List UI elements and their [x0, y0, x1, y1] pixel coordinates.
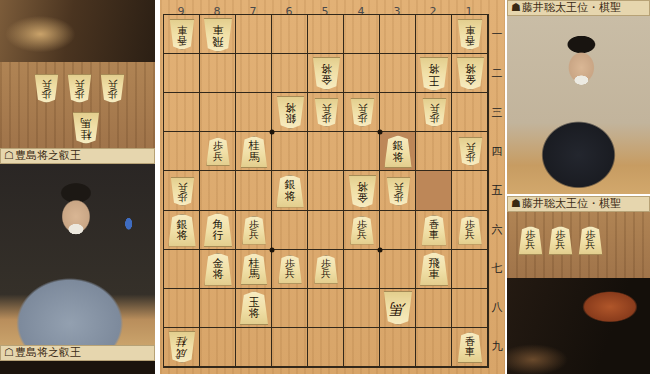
board-cell-4二 [344, 54, 380, 93]
board-cell-3三 [380, 93, 416, 132]
board-cell-3九 [380, 328, 416, 367]
gote-tray-label: ☖ 豊島将之叡王 [0, 148, 155, 164]
board-cell-5四 [308, 132, 344, 171]
board-cell-5九 [308, 328, 344, 367]
rank-label-6: 六 [489, 222, 505, 237]
photo-toyoshima [0, 164, 155, 345]
board-cell-9二 [164, 54, 200, 93]
board-cell-2八 [416, 289, 452, 328]
board-cell-6九 [272, 328, 308, 367]
piece-歩兵: 歩兵 [518, 226, 543, 255]
sente-photo-label: ☗ 藤井聡太王位・棋聖 [507, 0, 650, 16]
piece-歩兵: 歩兵 [548, 226, 573, 255]
piece-歩兵: 歩兵 [67, 74, 92, 103]
board-cell-9八 [164, 289, 200, 328]
sente-name-label: 藤井聡太王位・棋聖 [522, 197, 621, 211]
board-cell-4一 [344, 15, 380, 54]
board-cell-6二 [272, 54, 308, 93]
board-cell-7三 [236, 93, 272, 132]
board-cell-7二 [236, 54, 272, 93]
sente-name-label: 藤井聡太王位・棋聖 [522, 1, 621, 15]
board-cell-4七 [344, 250, 380, 289]
board-cell-5五 [308, 171, 344, 210]
board-cell-1五 [452, 171, 488, 210]
board-cell-1八 [452, 289, 488, 328]
rank-label-7: 七 [489, 261, 505, 276]
board-cell-2五 [416, 171, 452, 210]
board-cell-5六 [308, 211, 344, 250]
right-column: ☗ 藤井聡太王位・棋聖 ☗ 藤井聡太王位・棋聖 歩兵歩兵歩兵 [507, 0, 650, 374]
board-cell-9七 [164, 250, 200, 289]
shogi-board: 香車飛車香車金将王将金将銀将歩兵歩兵歩兵歩兵桂馬銀将歩兵歩兵銀将金将歩兵銀将角行… [163, 14, 489, 368]
sente-tray-label: ☗ 藤井聡太王位・棋聖 [507, 196, 650, 212]
board-cell-8三 [200, 93, 236, 132]
board-cell-7九 [236, 328, 272, 367]
board-cell-6六 [272, 211, 308, 250]
board-cell-8二 [200, 54, 236, 93]
sente-piece-mark-icon: ☗ [511, 197, 521, 211]
gote-name-label: 豊島将之叡王 [15, 149, 81, 163]
gote-piece-mark-icon: ☖ [4, 346, 14, 360]
photo-table-edge [0, 361, 155, 374]
board-cell-5一 [308, 15, 344, 54]
board-cell-6八 [272, 289, 308, 328]
rank-label-4: 四 [489, 144, 505, 159]
star-point [378, 130, 383, 135]
board-cell-3七 [380, 250, 416, 289]
rank-label-9: 九 [489, 339, 505, 354]
gote-captured-pieces-tray: 歩兵歩兵歩兵桂馬 [0, 62, 155, 148]
board-cell-2四 [416, 132, 452, 171]
board-cell-4八 [344, 289, 380, 328]
board-cell-7五 [236, 171, 272, 210]
star-point [270, 130, 275, 135]
piece-歩兵: 歩兵 [578, 226, 603, 255]
file-labels: 987654321 [163, 0, 487, 14]
photo-playing-room [0, 0, 155, 62]
rank-label-2: 二 [489, 66, 505, 81]
board-cell-6一 [272, 15, 308, 54]
piece-歩兵: 歩兵 [34, 74, 59, 103]
star-point [378, 247, 383, 252]
photo-fujii [507, 16, 650, 194]
board-cell-8八 [200, 289, 236, 328]
board-cell-2九 [416, 328, 452, 367]
board-cell-5八 [308, 289, 344, 328]
board-cell-1七 [452, 250, 488, 289]
gote-piece-mark-icon: ☖ [4, 149, 14, 163]
rank-label-1: 一 [489, 27, 505, 42]
rank-label-5: 五 [489, 183, 505, 198]
board-cell-3六 [380, 211, 416, 250]
board-cell-3二 [380, 54, 416, 93]
rank-label-8: 八 [489, 300, 505, 315]
board-cell-9四 [164, 132, 200, 171]
board-cell-2一 [416, 15, 452, 54]
board-cell-7一 [236, 15, 272, 54]
shogi-board-panel: 987654321 香車飛車香車金将王将金将銀将歩兵歩兵歩兵歩兵桂馬銀将歩兵歩兵… [160, 0, 505, 374]
board-cell-3一 [380, 15, 416, 54]
board-cell-6四 [272, 132, 308, 171]
gote-name-label: 豊島将之叡王 [15, 346, 81, 360]
board-cell-4九 [344, 328, 380, 367]
sente-captured-pieces-tray: 歩兵歩兵歩兵 [507, 212, 650, 278]
board-cell-1三 [452, 93, 488, 132]
rank-label-3: 三 [489, 105, 505, 120]
board-cell-8九 [200, 328, 236, 367]
piece-桂馬: 桂馬 [72, 112, 100, 144]
board-cell-9三 [164, 93, 200, 132]
shogi-broadcast-layout: 歩兵歩兵歩兵桂馬 ☖ 豊島将之叡王 ☖ 豊島将之叡王 987654321 香車飛… [0, 0, 650, 374]
gote-photo-label: ☖ 豊島将之叡王 [0, 345, 155, 361]
star-point [270, 247, 275, 252]
sente-piece-mark-icon: ☗ [511, 1, 521, 15]
board-cell-4四 [344, 132, 380, 171]
piece-歩兵: 歩兵 [100, 74, 125, 103]
photo-piece-stand-table [507, 278, 650, 374]
board-cell-8五 [200, 171, 236, 210]
